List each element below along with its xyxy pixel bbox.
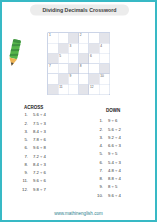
- across-clues-list: 1.5.6 ÷ 42.7.5 ÷ 33.8.4 ÷ 35.7.8 ÷ 66.9.…: [19, 112, 46, 195]
- clue-item-expression: 5.4 ÷ 3: [108, 159, 121, 167]
- grid-cell-blocked: [69, 64, 79, 74]
- cell-clue-number: 12: [90, 85, 94, 88]
- across-header: ACROSS: [24, 105, 46, 110]
- crossword-grid: 123456789101112: [48, 33, 111, 96]
- grid-cell[interactable]: [89, 64, 99, 74]
- grid-cell-blocked: [89, 43, 99, 53]
- grid-cell-blocked: [69, 33, 79, 43]
- grid-cell[interactable]: [99, 84, 109, 94]
- cell-clue-number: 1: [49, 34, 51, 37]
- clue-item: 8.8.4 ÷ 3: [19, 162, 46, 170]
- clue-item-expression: 8.8 ÷ 4: [108, 176, 121, 184]
- clue-item-number: 12.: [19, 186, 28, 194]
- clue-item-number: 4.: [94, 143, 103, 151]
- grid-cell-blocked: [79, 54, 89, 64]
- grid-cell[interactable]: [79, 43, 89, 53]
- clue-item: 2.5.6 ÷ 2: [94, 126, 121, 134]
- grid-cell[interactable]: 1: [48, 33, 58, 43]
- grid-cell[interactable]: 9: [69, 74, 79, 84]
- clue-item: 5.7.8 ÷ 6: [19, 137, 46, 145]
- grid-cell[interactable]: [79, 74, 89, 84]
- clue-item: 6.5.4 ÷ 3: [94, 159, 121, 167]
- clue-item: 3.9.2 ÷ 4: [94, 135, 121, 143]
- clue-item-number: 11.: [19, 178, 28, 186]
- footer-url: www.mathinenglish.com: [2, 211, 155, 216]
- clue-item-expression: 5.6 ÷ 4: [33, 112, 46, 120]
- clue-item-number: 3.: [19, 129, 28, 137]
- down-clues-list: 1.9 ÷ 62.5.6 ÷ 23.9.2 ÷ 44.6.6 ÷ 35.9 ÷ …: [94, 118, 121, 201]
- cell-clue-number: 4: [100, 44, 102, 47]
- clue-item-expression: 9 ÷ 6: [108, 118, 117, 126]
- clue-item-number: 6.: [94, 159, 103, 167]
- clue-item-expression: 8.4 ÷ 3: [33, 162, 46, 170]
- grid-cell[interactable]: 10: [99, 74, 109, 84]
- clue-item: 4.6.6 ÷ 3: [94, 143, 121, 151]
- clue-item-expression: 9.8 ÷ 7: [33, 186, 46, 194]
- grid-cell[interactable]: [99, 54, 109, 64]
- clue-item: 8.8.8 ÷ 4: [94, 176, 121, 184]
- clue-item-number: 2.: [94, 126, 103, 134]
- clue-item-number: 5.: [19, 137, 28, 145]
- cell-clue-number: 9: [70, 75, 72, 78]
- grid-cell[interactable]: [58, 64, 68, 74]
- cell-clue-number: 3: [70, 44, 72, 47]
- across-clues: ACROSS 1.5.6 ÷ 42.7.5 ÷ 33.8.4 ÷ 35.7.8 …: [19, 105, 46, 195]
- cell-clue-number: 7: [49, 64, 51, 67]
- grid-cell-blocked: [48, 54, 58, 64]
- cell-clue-number: 2: [80, 34, 82, 37]
- cell-clue-number: 10: [100, 75, 104, 78]
- clue-item: 9.7.2 ÷ 6: [19, 170, 46, 178]
- clue-item-expression: 9 ÷ 5: [108, 151, 117, 159]
- cell-clue-number: 5: [59, 54, 61, 57]
- clue-item-number: 7.: [94, 168, 103, 176]
- grid-cell-blocked: [79, 84, 89, 94]
- grid-cell[interactable]: 12: [89, 84, 99, 94]
- clue-item-expression: 9.6 ÷ 6: [33, 178, 46, 186]
- clue-item-expression: 7.2 ÷ 4: [33, 153, 46, 161]
- clue-item-expression: 7.8 ÷ 6: [33, 137, 46, 145]
- grid-cell-blocked: [99, 33, 109, 43]
- clue-item-number: 6.: [19, 145, 28, 153]
- pencil-icon: [6, 38, 23, 67]
- cell-clue-number: 8: [80, 64, 82, 67]
- clue-item-expression: 9.2 ÷ 4: [108, 135, 121, 143]
- clue-item-expression: 4.8 ÷ 4: [108, 168, 121, 176]
- grid-cell-blocked: [89, 74, 99, 84]
- clue-item-number: 10.: [94, 192, 103, 200]
- clue-item-expression: 5.6 ÷ 2: [108, 126, 121, 134]
- clue-item-number: 5.: [94, 151, 103, 159]
- grid-cell[interactable]: 4: [99, 43, 109, 53]
- clue-item: 7.4.8 ÷ 4: [94, 168, 121, 176]
- grid-cell[interactable]: [69, 84, 79, 94]
- clue-item-expression: 8 ÷ 5: [108, 184, 117, 192]
- grid-cell[interactable]: 8: [79, 64, 89, 74]
- grid-cell[interactable]: [48, 43, 58, 53]
- clue-item-number: 1.: [19, 112, 28, 120]
- grid-cell[interactable]: 11: [58, 84, 68, 94]
- clue-item-number: 7.: [19, 153, 28, 161]
- grid-cell-blocked: [99, 64, 109, 74]
- clue-item-number: 9.: [19, 170, 28, 178]
- clue-item-number: 2.: [19, 120, 28, 128]
- clue-item: 10.9.6 ÷ 4: [94, 192, 121, 200]
- grid-cell[interactable]: 7: [48, 64, 58, 74]
- grid-cell[interactable]: [89, 33, 99, 43]
- clue-item-number: 1.: [94, 118, 103, 126]
- clue-item-number: 9.: [94, 184, 103, 192]
- clue-item-expression: 8.4 ÷ 3: [33, 129, 46, 137]
- worksheet-page: Dividing Decimals Crossword 123456789101…: [0, 0, 157, 222]
- down-header: DOWN: [106, 108, 121, 113]
- clue-item-number: 8.: [94, 176, 103, 184]
- grid-cell[interactable]: [58, 33, 68, 43]
- clue-item-number: 3.: [94, 135, 103, 143]
- clue-item: 1.5.6 ÷ 4: [19, 112, 46, 120]
- clue-item-expression: 9.6 ÷ 4: [108, 192, 121, 200]
- clue-item-expression: 7.2 ÷ 6: [33, 170, 46, 178]
- grid-cell[interactable]: 5: [58, 54, 68, 64]
- grid-cell[interactable]: 2: [79, 33, 89, 43]
- grid-cell-blocked: [58, 74, 68, 84]
- cell-clue-number: 11: [59, 85, 62, 88]
- down-clues: DOWN 1.9 ÷ 62.5.6 ÷ 23.9.2 ÷ 44.6.6 ÷ 35…: [94, 108, 121, 201]
- clue-item: 11.9.6 ÷ 6: [19, 178, 46, 186]
- clue-item: 5.9 ÷ 5: [94, 151, 121, 159]
- clue-item-number: 8.: [19, 162, 28, 170]
- clue-item: 1.9 ÷ 6: [94, 118, 121, 126]
- grid-cell-blocked: [58, 43, 68, 53]
- clue-item: 6.9.6 ÷ 8: [19, 145, 46, 153]
- clue-item-expression: 7.5 ÷ 3: [33, 120, 46, 128]
- clue-item: 7.7.2 ÷ 4: [19, 153, 46, 161]
- grid-cell[interactable]: 3: [69, 43, 79, 53]
- cell-clue-number: 6: [90, 54, 92, 57]
- clue-item: 2.7.5 ÷ 3: [19, 120, 46, 128]
- clue-item: 3.8.4 ÷ 3: [19, 129, 46, 137]
- grid-cell-blocked: [48, 84, 58, 94]
- clue-item: 12.9.8 ÷ 7: [19, 186, 46, 194]
- grid-cell[interactable]: 6: [89, 54, 99, 64]
- grid-cell[interactable]: [69, 54, 79, 64]
- clue-item: 9.8 ÷ 5: [94, 184, 121, 192]
- page-title: Dividing Decimals Crossword: [30, 5, 129, 16]
- clue-item-expression: 9.6 ÷ 8: [33, 145, 46, 153]
- clue-item-expression: 6.6 ÷ 3: [108, 143, 121, 151]
- grid-cell[interactable]: [48, 74, 58, 84]
